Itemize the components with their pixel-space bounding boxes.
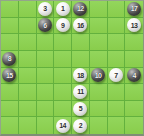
board-cell[interactable] — [1, 101, 19, 118]
board-cell[interactable] — [108, 1, 126, 18]
stone-white[interactable]: 1 — [56, 2, 70, 16]
board-cell[interactable] — [90, 84, 108, 101]
stone-white[interactable]: 18 — [73, 68, 87, 82]
stone-black[interactable]: 6 — [38, 18, 52, 32]
board-cell[interactable]: 7 — [108, 68, 126, 85]
board-cell[interactable] — [54, 68, 72, 85]
board-cell[interactable] — [37, 68, 55, 85]
board-cell[interactable]: 11 — [72, 84, 90, 101]
board-cell[interactable] — [54, 34, 72, 51]
stone-number: 7 — [114, 72, 117, 79]
board-cell[interactable] — [19, 68, 37, 85]
board-cell[interactable] — [108, 18, 126, 35]
board-cell[interactable] — [108, 117, 126, 134]
board-cell[interactable] — [1, 84, 19, 101]
stone-black[interactable]: 10 — [91, 68, 105, 82]
stone-white[interactable]: 2 — [73, 119, 87, 133]
board-cell[interactable]: 9 — [54, 18, 72, 35]
board-cell[interactable] — [90, 51, 108, 68]
board-cell[interactable] — [90, 101, 108, 118]
board-cell[interactable]: 16 — [72, 18, 90, 35]
board-cell[interactable] — [1, 1, 19, 18]
stone-white[interactable]: 9 — [56, 18, 70, 32]
board-cell[interactable]: 5 — [72, 101, 90, 118]
board-cell[interactable]: 3 — [37, 1, 55, 18]
board-cell[interactable]: 8 — [1, 51, 19, 68]
stone-number: 15 — [6, 72, 13, 79]
board-cell[interactable] — [1, 34, 19, 51]
stone-white[interactable]: 14 — [56, 119, 70, 133]
board-cell[interactable]: 12 — [72, 1, 90, 18]
stone-number: 3 — [43, 5, 46, 12]
board-cell[interactable] — [90, 1, 108, 18]
board-cell[interactable] — [72, 51, 90, 68]
board-cell[interactable] — [125, 101, 143, 118]
stone-number: 1 — [61, 5, 64, 12]
stone-number: 17 — [131, 5, 138, 12]
board-cell[interactable] — [37, 84, 55, 101]
board-cell[interactable] — [19, 34, 37, 51]
board-cell[interactable] — [108, 34, 126, 51]
board-cell[interactable]: 15 — [1, 68, 19, 85]
board-cell[interactable] — [90, 18, 108, 35]
stone-black[interactable]: 12 — [73, 2, 87, 16]
board-cell[interactable] — [108, 101, 126, 118]
stone-black[interactable]: 15 — [2, 68, 16, 82]
board-cell[interactable] — [54, 101, 72, 118]
board-cell[interactable]: 17 — [125, 1, 143, 18]
board-cell[interactable] — [37, 51, 55, 68]
stone-number: 4 — [132, 72, 135, 79]
stone-white[interactable]: 5 — [73, 102, 87, 116]
board-cell[interactable] — [19, 101, 37, 118]
board-cell[interactable]: 13 — [125, 18, 143, 35]
board-cell[interactable] — [54, 51, 72, 68]
board-cell[interactable] — [108, 84, 126, 101]
board-cell[interactable] — [90, 117, 108, 134]
stone-number: 18 — [77, 72, 84, 79]
stone-number: 5 — [79, 105, 82, 112]
game-board: 311217691613815181074115142 — [0, 0, 144, 136]
board-cell[interactable] — [54, 84, 72, 101]
stone-number: 11 — [77, 88, 83, 95]
board-cell[interactable]: 2 — [72, 117, 90, 134]
stone-black[interactable]: 8 — [2, 52, 16, 66]
board-cell[interactable] — [125, 117, 143, 134]
board-cell[interactable]: 14 — [54, 117, 72, 134]
stone-number: 14 — [59, 122, 66, 129]
board-cell[interactable] — [19, 1, 37, 18]
stone-number: 6 — [43, 22, 46, 29]
board-grid: 311217691613815181074115142 — [1, 1, 143, 134]
stone-white[interactable]: 11 — [73, 85, 87, 99]
board-cell[interactable] — [19, 51, 37, 68]
board-cell[interactable] — [90, 34, 108, 51]
board-cell[interactable] — [37, 117, 55, 134]
board-cell[interactable] — [1, 117, 19, 134]
stone-black[interactable]: 4 — [127, 68, 141, 82]
stone-white[interactable]: 13 — [127, 18, 141, 32]
board-cell[interactable] — [37, 101, 55, 118]
stone-number: 10 — [95, 72, 102, 79]
board-cell[interactable] — [19, 84, 37, 101]
board-cell[interactable] — [125, 84, 143, 101]
stone-number: 2 — [79, 122, 82, 129]
stone-number: 12 — [77, 5, 84, 12]
stone-white[interactable]: 3 — [38, 2, 52, 16]
board-cell[interactable] — [125, 34, 143, 51]
board-cell[interactable] — [108, 51, 126, 68]
stone-number: 13 — [131, 22, 138, 29]
board-cell[interactable]: 6 — [37, 18, 55, 35]
stone-black[interactable]: 17 — [127, 2, 141, 16]
board-cell[interactable]: 18 — [72, 68, 90, 85]
board-cell[interactable] — [125, 51, 143, 68]
board-cell[interactable]: 1 — [54, 1, 72, 18]
board-cell[interactable] — [72, 34, 90, 51]
stone-white[interactable]: 16 — [73, 18, 87, 32]
stone-white[interactable]: 7 — [109, 68, 123, 82]
stone-number: 9 — [61, 22, 64, 29]
stone-number: 8 — [8, 55, 11, 62]
board-cell[interactable]: 10 — [90, 68, 108, 85]
board-cell[interactable] — [1, 18, 19, 35]
stone-number: 16 — [77, 22, 84, 29]
board-cell[interactable] — [19, 18, 37, 35]
board-cell[interactable]: 4 — [125, 68, 143, 85]
board-cell[interactable] — [37, 34, 55, 51]
board-cell[interactable] — [19, 117, 37, 134]
